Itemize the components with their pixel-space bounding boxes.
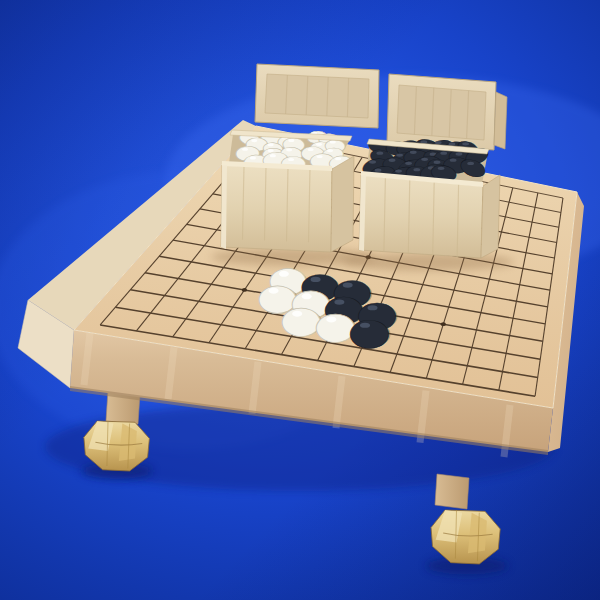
star-point bbox=[441, 322, 446, 326]
lid-inner-panel bbox=[265, 74, 369, 118]
pile-stone-highlight bbox=[288, 158, 294, 161]
stone-highlight bbox=[360, 323, 370, 328]
box-front-wall bbox=[221, 165, 332, 252]
box-front-wall bbox=[359, 175, 483, 258]
box-corner-highlight bbox=[221, 165, 227, 249]
lid-side-edge bbox=[494, 92, 507, 149]
black-stone-box: ●●●●●●●●●●●●●●●●●●●●●●●●●● bbox=[342, 132, 514, 271]
star-point bbox=[242, 288, 247, 292]
goban-scene-svg: ●●●●●●●●●●●●●●●●●●●●●●●●●●●●●●●●●●●●●●●●… bbox=[0, 0, 600, 600]
pile-stone-highlight bbox=[250, 156, 256, 159]
pile-stone-highlight bbox=[317, 155, 323, 158]
pile-stone-highlight bbox=[335, 157, 341, 160]
leg-post bbox=[435, 474, 469, 509]
front-right-leg bbox=[431, 474, 500, 564]
stone-highlight bbox=[326, 316, 336, 322]
leg-foot bbox=[431, 510, 500, 564]
pile-stone-highlight bbox=[467, 162, 474, 165]
pile-stone-highlight bbox=[438, 167, 445, 170]
product-photo-stage: ●●●●●●●●●●●●●●●●●●●●●●●●●●●●●●●●●●●●●●●●… bbox=[0, 0, 600, 600]
box-side-wall bbox=[481, 175, 500, 258]
box-shadow-on-board bbox=[342, 253, 514, 271]
pile-stone-highlight bbox=[395, 169, 402, 172]
lid-inner-panel bbox=[397, 85, 486, 140]
white-box-lid bbox=[255, 64, 379, 128]
box-side-wall bbox=[331, 156, 354, 252]
board-stone-black: ● bbox=[348, 309, 392, 352]
stone-highlight bbox=[292, 311, 302, 317]
stone-highlight bbox=[269, 288, 279, 294]
pile-stone-highlight bbox=[270, 154, 276, 157]
pile-stone-highlight bbox=[375, 168, 382, 171]
